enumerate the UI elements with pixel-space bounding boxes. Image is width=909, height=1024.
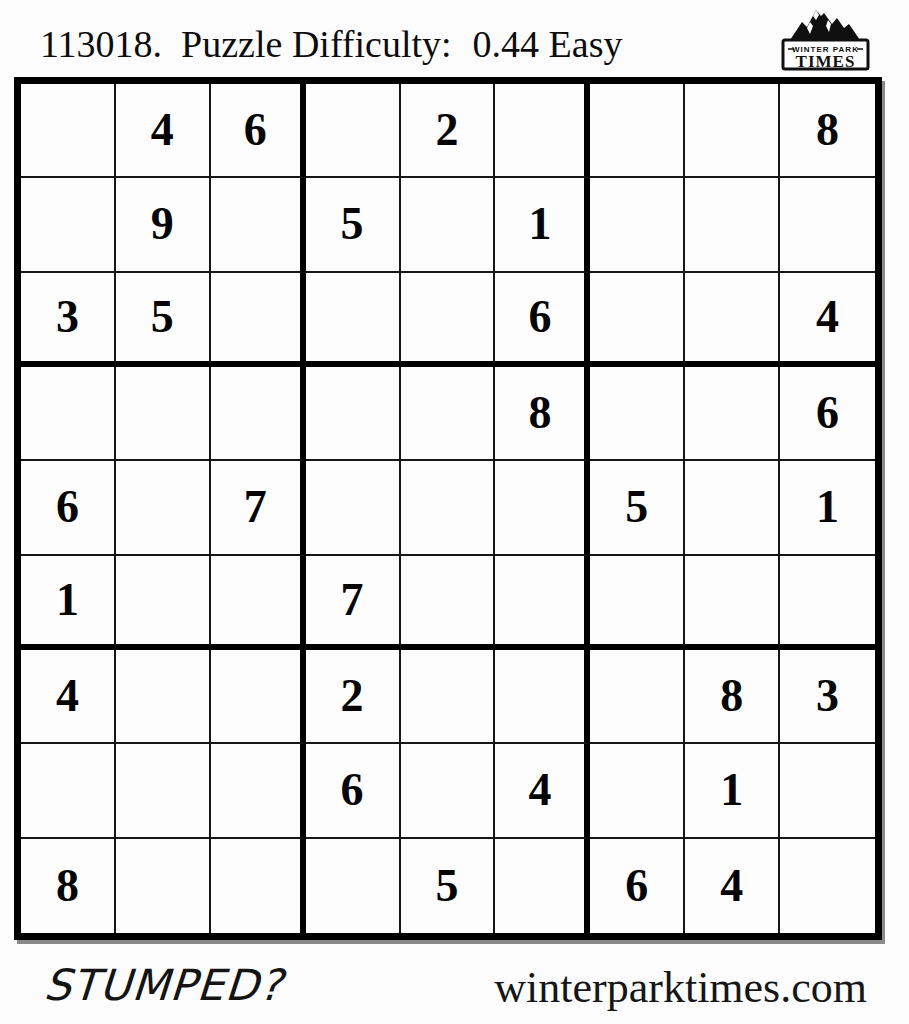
cell-r7c6: [495, 650, 590, 744]
cell-r1c5: 2: [401, 84, 496, 178]
sudoku-grid: 462895135648667511742836418564: [14, 77, 882, 940]
cell-r9c8: 4: [685, 839, 780, 933]
cell-r5c1: 6: [21, 461, 116, 555]
cell-r3c5: [401, 273, 496, 367]
difficulty-value: 0.44 Easy: [473, 23, 623, 65]
website-url: winterparktimes.com: [494, 962, 867, 1013]
cell-r9c9: [780, 839, 875, 933]
cell-r3c6: 6: [495, 273, 590, 367]
puzzle-number: 113018.: [40, 23, 162, 65]
cell-r5c9: 1: [780, 461, 875, 555]
cell-r1c2: 4: [116, 84, 211, 178]
cell-r8c6: 4: [495, 744, 590, 838]
cell-r8c4: 6: [306, 744, 401, 838]
cell-r1c8: [685, 84, 780, 178]
cell-r2c8: [685, 178, 780, 272]
cell-r7c3: [211, 650, 306, 744]
cell-r8c1: [21, 744, 116, 838]
puzzle-page: 113018.Puzzle Difficulty:0.44 Easy WINTE…: [0, 0, 909, 1024]
cell-r7c5: [401, 650, 496, 744]
cell-r4c7: [590, 367, 685, 461]
cell-r1c4: [306, 84, 401, 178]
cell-r7c1: 4: [21, 650, 116, 744]
cell-r4c6: 8: [495, 367, 590, 461]
cell-r2c6: 1: [495, 178, 590, 272]
cell-r5c6: [495, 461, 590, 555]
cell-r7c8: 8: [685, 650, 780, 744]
cell-r7c4: 2: [306, 650, 401, 744]
cell-r1c9: 8: [780, 84, 875, 178]
cell-r1c7: [590, 84, 685, 178]
cell-r6c2: [116, 556, 211, 650]
cell-r9c4: [306, 839, 401, 933]
cell-r7c2: [116, 650, 211, 744]
cell-r5c8: [685, 461, 780, 555]
cell-r9c2: [116, 839, 211, 933]
cell-r2c9: [780, 178, 875, 272]
cell-r4c1: [21, 367, 116, 461]
cell-r5c5: [401, 461, 496, 555]
cell-r9c5: 5: [401, 839, 496, 933]
cell-r9c7: 6: [590, 839, 685, 933]
cell-r6c8: [685, 556, 780, 650]
cell-r1c6: [495, 84, 590, 178]
cell-r2c5: [401, 178, 496, 272]
cell-r3c9: 4: [780, 273, 875, 367]
cell-r2c3: [211, 178, 306, 272]
cell-r9c3: [211, 839, 306, 933]
cell-r6c4: 7: [306, 556, 401, 650]
cell-r5c3: 7: [211, 461, 306, 555]
cell-r8c5: [401, 744, 496, 838]
stumped-text: STUMPED?: [42, 960, 285, 1010]
cell-r6c7: [590, 556, 685, 650]
page-title: 113018.Puzzle Difficulty:0.44 Easy: [40, 22, 622, 66]
cell-r1c3: 6: [211, 84, 306, 178]
cell-r2c7: [590, 178, 685, 272]
cell-r7c7: [590, 650, 685, 744]
cell-r3c4: [306, 273, 401, 367]
cell-r8c2: [116, 744, 211, 838]
cell-r5c7: 5: [590, 461, 685, 555]
cell-r4c4: [306, 367, 401, 461]
cell-r1c1: [21, 84, 116, 178]
cell-r6c3: [211, 556, 306, 650]
cell-r8c3: [211, 744, 306, 838]
cell-r8c8: 1: [685, 744, 780, 838]
cell-r3c8: [685, 273, 780, 367]
cell-r6c1: 1: [21, 556, 116, 650]
cell-r2c2: 9: [116, 178, 211, 272]
cell-r4c9: 6: [780, 367, 875, 461]
cell-r9c6: [495, 839, 590, 933]
cell-r2c4: 5: [306, 178, 401, 272]
difficulty-label: Puzzle Difficulty:: [181, 23, 452, 65]
cell-r3c2: 5: [116, 273, 211, 367]
cell-r8c9: [780, 744, 875, 838]
cell-r6c9: [780, 556, 875, 650]
cell-r5c2: [116, 461, 211, 555]
cell-r4c3: [211, 367, 306, 461]
mountain-logo-icon: WINTER PARK TIMES: [780, 6, 872, 72]
winter-park-times-logo: WINTER PARK TIMES: [780, 6, 872, 72]
cell-r6c6: [495, 556, 590, 650]
cell-r9c1: 8: [21, 839, 116, 933]
cell-r6c5: [401, 556, 496, 650]
cell-r3c1: 3: [21, 273, 116, 367]
cell-r2c1: [21, 178, 116, 272]
cell-r4c8: [685, 367, 780, 461]
cell-r8c7: [590, 744, 685, 838]
cell-r3c7: [590, 273, 685, 367]
logo-line2: TIMES: [796, 52, 856, 71]
cell-r3c3: [211, 273, 306, 367]
cell-r5c4: [306, 461, 401, 555]
cell-r4c5: [401, 367, 496, 461]
cell-r4c2: [116, 367, 211, 461]
cell-r7c9: 3: [780, 650, 875, 744]
